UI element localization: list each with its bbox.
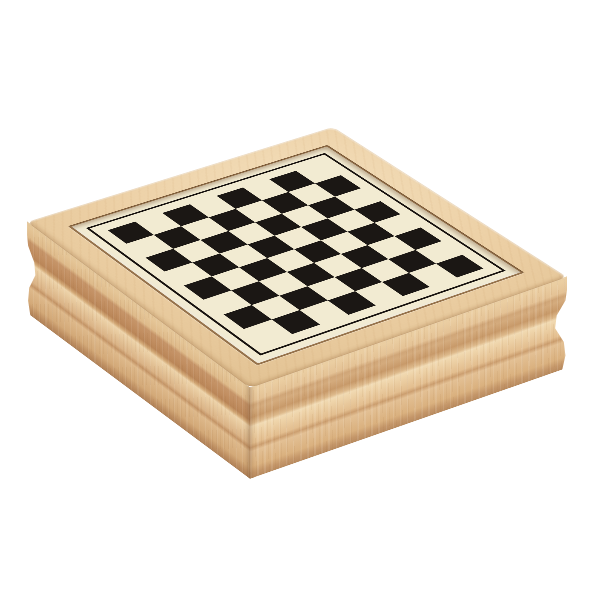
checkerboard — [108, 163, 484, 344]
wooden-game-box — [0, 0, 600, 600]
product-photo-scene — [0, 0, 600, 600]
